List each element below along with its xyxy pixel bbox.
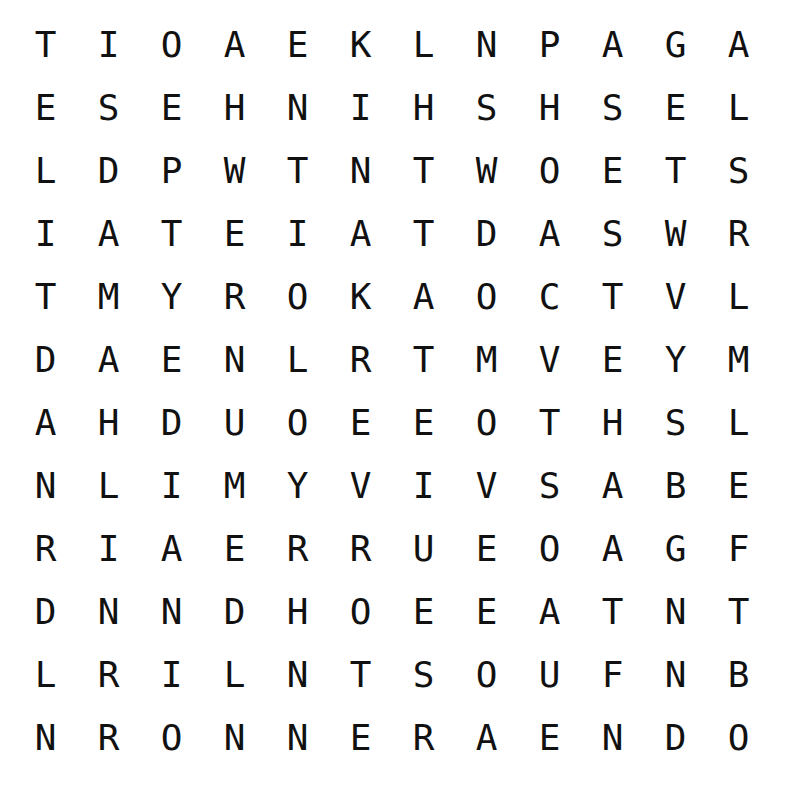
word-search-page: TIOAEKLNPAGAESEHNIHSHSELLDPWTNTWOETSIATE… xyxy=(0,0,800,785)
cell-r12c2[interactable]: R xyxy=(77,706,140,769)
cell-r10c12[interactable]: T xyxy=(707,580,770,643)
cell-r3c5[interactable]: T xyxy=(266,139,329,202)
cell-r6c1[interactable]: D xyxy=(14,328,77,391)
cell-r10c7[interactable]: E xyxy=(392,580,455,643)
cell-r3c9[interactable]: O xyxy=(518,139,581,202)
cell-r2c7[interactable]: H xyxy=(392,76,455,139)
cell-r3c10[interactable]: E xyxy=(581,139,644,202)
cell-r11c8[interactable]: O xyxy=(455,643,518,706)
cell-r1c12[interactable]: A xyxy=(707,13,770,76)
cell-r11c6[interactable]: T xyxy=(329,643,392,706)
cell-r10c4[interactable]: D xyxy=(203,580,266,643)
cell-r8c3[interactable]: I xyxy=(140,454,203,517)
cell-r9c7[interactable]: U xyxy=(392,517,455,580)
cell-r4c10[interactable]: S xyxy=(581,202,644,265)
cell-r4c2[interactable]: A xyxy=(77,202,140,265)
cell-r1c2[interactable]: I xyxy=(77,13,140,76)
cell-r2c4[interactable]: H xyxy=(203,76,266,139)
cell-r1c7[interactable]: L xyxy=(392,13,455,76)
cell-r3c4[interactable]: W xyxy=(203,139,266,202)
cell-r1c1[interactable]: T xyxy=(14,13,77,76)
cell-r1c5[interactable]: E xyxy=(266,13,329,76)
cell-r1c3[interactable]: O xyxy=(140,13,203,76)
cell-r5c1[interactable]: T xyxy=(14,265,77,328)
cell-r4c6[interactable]: A xyxy=(329,202,392,265)
cell-r7c12[interactable]: L xyxy=(707,391,770,454)
cell-r6c7[interactable]: T xyxy=(392,328,455,391)
cell-r3c2[interactable]: D xyxy=(77,139,140,202)
cell-r12c5[interactable]: N xyxy=(266,706,329,769)
cell-r7c9[interactable]: T xyxy=(518,391,581,454)
cell-r6c3[interactable]: E xyxy=(140,328,203,391)
cell-r9c8[interactable]: E xyxy=(455,517,518,580)
cell-r8c6[interactable]: V xyxy=(329,454,392,517)
cell-r3c12[interactable]: S xyxy=(707,139,770,202)
cell-r6c4[interactable]: N xyxy=(203,328,266,391)
cell-r9c3[interactable]: A xyxy=(140,517,203,580)
cell-r2c8[interactable]: S xyxy=(455,76,518,139)
cell-r7c1[interactable]: A xyxy=(14,391,77,454)
cell-r1c11[interactable]: G xyxy=(644,13,707,76)
cell-r12c11[interactable]: D xyxy=(644,706,707,769)
cell-r12c8[interactable]: A xyxy=(455,706,518,769)
cell-r12c3[interactable]: O xyxy=(140,706,203,769)
cell-r11c9[interactable]: U xyxy=(518,643,581,706)
cell-r4c7[interactable]: T xyxy=(392,202,455,265)
cell-r9c4[interactable]: E xyxy=(203,517,266,580)
cell-r5c5[interactable]: O xyxy=(266,265,329,328)
cell-r9c11[interactable]: G xyxy=(644,517,707,580)
cell-r10c5[interactable]: H xyxy=(266,580,329,643)
cell-r12c12[interactable]: O xyxy=(707,706,770,769)
cell-r7c8[interactable]: O xyxy=(455,391,518,454)
cell-r10c2[interactable]: N xyxy=(77,580,140,643)
cell-r10c6[interactable]: O xyxy=(329,580,392,643)
cell-r5c6[interactable]: K xyxy=(329,265,392,328)
cell-r4c8[interactable]: D xyxy=(455,202,518,265)
cell-r5c9[interactable]: C xyxy=(518,265,581,328)
cell-r8c12[interactable]: E xyxy=(707,454,770,517)
cell-r7c5[interactable]: O xyxy=(266,391,329,454)
cell-r11c7[interactable]: S xyxy=(392,643,455,706)
cell-r10c8[interactable]: E xyxy=(455,580,518,643)
cell-r10c1[interactable]: D xyxy=(14,580,77,643)
cell-r9c10[interactable]: A xyxy=(581,517,644,580)
cell-r2c12[interactable]: L xyxy=(707,76,770,139)
cell-r2c11[interactable]: E xyxy=(644,76,707,139)
cell-r2c9[interactable]: H xyxy=(518,76,581,139)
cell-r12c1[interactable]: N xyxy=(14,706,77,769)
cell-r3c3[interactable]: P xyxy=(140,139,203,202)
cell-r7c11[interactable]: S xyxy=(644,391,707,454)
cell-r11c11[interactable]: N xyxy=(644,643,707,706)
word-search-grid: TIOAEKLNPAGAESEHNIHSHSELLDPWTNTWOETSIATE… xyxy=(14,13,770,769)
cell-r6c5[interactable]: L xyxy=(266,328,329,391)
cell-r11c5[interactable]: N xyxy=(266,643,329,706)
cell-r9c5[interactable]: R xyxy=(266,517,329,580)
cell-r6c9[interactable]: V xyxy=(518,328,581,391)
cell-r12c10[interactable]: N xyxy=(581,706,644,769)
cell-r5c10[interactable]: T xyxy=(581,265,644,328)
cell-r5c7[interactable]: A xyxy=(392,265,455,328)
cell-r3c7[interactable]: T xyxy=(392,139,455,202)
cell-r9c1[interactable]: R xyxy=(14,517,77,580)
cell-r4c5[interactable]: I xyxy=(266,202,329,265)
cell-r9c6[interactable]: R xyxy=(329,517,392,580)
cell-r11c1[interactable]: L xyxy=(14,643,77,706)
cell-r7c4[interactable]: U xyxy=(203,391,266,454)
cell-r6c11[interactable]: Y xyxy=(644,328,707,391)
cell-r1c6[interactable]: K xyxy=(329,13,392,76)
cell-r1c9[interactable]: P xyxy=(518,13,581,76)
cell-r3c8[interactable]: W xyxy=(455,139,518,202)
cell-r1c4[interactable]: A xyxy=(203,13,266,76)
cell-r5c4[interactable]: R xyxy=(203,265,266,328)
cell-r1c10[interactable]: A xyxy=(581,13,644,76)
cell-r10c3[interactable]: N xyxy=(140,580,203,643)
cell-r8c11[interactable]: B xyxy=(644,454,707,517)
cell-r8c4[interactable]: M xyxy=(203,454,266,517)
cell-r3c1[interactable]: L xyxy=(14,139,77,202)
cell-r5c8[interactable]: O xyxy=(455,265,518,328)
cell-r9c9[interactable]: O xyxy=(518,517,581,580)
cell-r8c7[interactable]: I xyxy=(392,454,455,517)
cell-r11c12[interactable]: B xyxy=(707,643,770,706)
cell-r7c6[interactable]: E xyxy=(329,391,392,454)
cell-r7c2[interactable]: H xyxy=(77,391,140,454)
cell-r4c9[interactable]: A xyxy=(518,202,581,265)
cell-r11c3[interactable]: I xyxy=(140,643,203,706)
cell-r11c4[interactable]: L xyxy=(203,643,266,706)
cell-r11c10[interactable]: F xyxy=(581,643,644,706)
cell-r11c2[interactable]: R xyxy=(77,643,140,706)
cell-r8c8[interactable]: V xyxy=(455,454,518,517)
cell-r4c12[interactable]: R xyxy=(707,202,770,265)
cell-r10c9[interactable]: A xyxy=(518,580,581,643)
cell-r10c10[interactable]: T xyxy=(581,580,644,643)
cell-r8c9[interactable]: S xyxy=(518,454,581,517)
cell-r7c7[interactable]: E xyxy=(392,391,455,454)
cell-r2c2[interactable]: S xyxy=(77,76,140,139)
cell-r10c11[interactable]: N xyxy=(644,580,707,643)
cell-r8c1[interactable]: N xyxy=(14,454,77,517)
cell-r2c10[interactable]: S xyxy=(581,76,644,139)
cell-r5c11[interactable]: V xyxy=(644,265,707,328)
cell-r7c3[interactable]: D xyxy=(140,391,203,454)
cell-r5c2[interactable]: M xyxy=(77,265,140,328)
cell-r12c7[interactable]: R xyxy=(392,706,455,769)
cell-r6c2[interactable]: A xyxy=(77,328,140,391)
cell-r8c5[interactable]: Y xyxy=(266,454,329,517)
cell-r4c1[interactable]: I xyxy=(14,202,77,265)
cell-r7c10[interactable]: H xyxy=(581,391,644,454)
cell-r9c12[interactable]: F xyxy=(707,517,770,580)
cell-r2c6[interactable]: I xyxy=(329,76,392,139)
cell-r2c3[interactable]: E xyxy=(140,76,203,139)
cell-r4c3[interactable]: T xyxy=(140,202,203,265)
cell-r6c6[interactable]: R xyxy=(329,328,392,391)
cell-r2c5[interactable]: N xyxy=(266,76,329,139)
cell-r12c6[interactable]: E xyxy=(329,706,392,769)
cell-r12c4[interactable]: N xyxy=(203,706,266,769)
cell-r8c10[interactable]: A xyxy=(581,454,644,517)
cell-r8c2[interactable]: L xyxy=(77,454,140,517)
cell-r5c3[interactable]: Y xyxy=(140,265,203,328)
cell-r6c8[interactable]: M xyxy=(455,328,518,391)
cell-r5c12[interactable]: L xyxy=(707,265,770,328)
cell-r6c10[interactable]: E xyxy=(581,328,644,391)
cell-r4c11[interactable]: W xyxy=(644,202,707,265)
cell-r2c1[interactable]: E xyxy=(14,76,77,139)
cell-r6c12[interactable]: M xyxy=(707,328,770,391)
cell-r12c9[interactable]: E xyxy=(518,706,581,769)
cell-r9c2[interactable]: I xyxy=(77,517,140,580)
cell-r4c4[interactable]: E xyxy=(203,202,266,265)
cell-r1c8[interactable]: N xyxy=(455,13,518,76)
cell-r3c6[interactable]: N xyxy=(329,139,392,202)
cell-r3c11[interactable]: T xyxy=(644,139,707,202)
